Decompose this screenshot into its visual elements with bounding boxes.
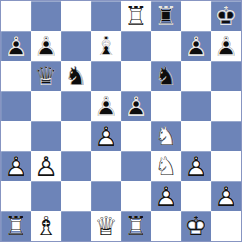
square-b8[interactable] [31, 1, 61, 31]
square-f3[interactable]: ♞♘ [151, 151, 181, 181]
square-a2[interactable] [1, 181, 31, 211]
black-pawn-glyph-outline: ♙ [91, 91, 121, 121]
square-h3[interactable] [211, 151, 241, 181]
square-h8[interactable]: ♚♔ [211, 1, 241, 31]
white-pawn-icon[interactable]: ♟♙ [211, 181, 241, 211]
black-pawn-glyph-outline: ♙ [1, 31, 31, 61]
black-pawn-glyph-outline: ♙ [181, 31, 211, 61]
black-pawn-icon[interactable]: ♟♙ [121, 91, 151, 121]
black-pawn-glyph-outline: ♙ [211, 31, 241, 61]
white-pawn-icon[interactable]: ♟♙ [151, 181, 181, 211]
square-a6[interactable] [1, 61, 31, 91]
square-d1[interactable]: ♛♕ [91, 211, 121, 241]
square-h1[interactable] [211, 211, 241, 241]
square-f2[interactable]: ♟♙ [151, 181, 181, 211]
square-c6[interactable]: ♞♘ [61, 61, 91, 91]
white-pawn-glyph-outline: ♙ [151, 181, 181, 211]
black-queen-icon[interactable]: ♛♕ [31, 61, 61, 91]
square-f6[interactable]: ♞♘ [151, 61, 181, 91]
square-b5[interactable] [31, 91, 61, 121]
black-knight-icon[interactable]: ♞♘ [151, 61, 181, 91]
square-a3[interactable]: ♟♙ [1, 151, 31, 181]
black-pawn-icon[interactable]: ♟♙ [1, 31, 31, 61]
square-e6[interactable] [121, 61, 151, 91]
square-a7[interactable]: ♟♙ [1, 31, 31, 61]
square-g8[interactable] [181, 1, 211, 31]
square-f1[interactable] [151, 211, 181, 241]
square-d4[interactable]: ♟♙ [91, 121, 121, 151]
square-b7[interactable]: ♟♙ [31, 31, 61, 61]
square-f8[interactable]: ♜♖ [151, 1, 181, 31]
square-c2[interactable] [61, 181, 91, 211]
white-pawn-glyph-outline: ♙ [31, 151, 61, 181]
black-king-glyph-outline: ♔ [211, 1, 241, 31]
black-queen-glyph-outline: ♕ [31, 61, 61, 91]
white-knight-icon[interactable]: ♞♘ [151, 151, 181, 181]
black-knight-icon[interactable]: ♞♘ [61, 61, 91, 91]
black-pawn-glyph-outline: ♙ [31, 31, 61, 61]
square-h6[interactable] [211, 61, 241, 91]
white-rook-icon[interactable]: ♜♖ [121, 211, 151, 241]
black-pawn-icon[interactable]: ♟♙ [31, 31, 61, 61]
square-c1[interactable] [61, 211, 91, 241]
square-b1[interactable]: ♝♗ [31, 211, 61, 241]
square-a5[interactable] [1, 91, 31, 121]
square-a4[interactable] [1, 121, 31, 151]
square-b3[interactable]: ♟♙ [31, 151, 61, 181]
square-h7[interactable]: ♟♙ [211, 31, 241, 61]
black-pawn-icon[interactable]: ♟♙ [91, 91, 121, 121]
square-d2[interactable] [91, 181, 121, 211]
square-d5[interactable]: ♟♙ [91, 91, 121, 121]
square-c5[interactable] [61, 91, 91, 121]
square-g7[interactable]: ♟♙ [181, 31, 211, 61]
square-e3[interactable] [121, 151, 151, 181]
square-b4[interactable] [31, 121, 61, 151]
white-pawn-glyph-outline: ♙ [211, 181, 241, 211]
white-bishop-glyph-outline: ♗ [31, 211, 61, 241]
black-knight-glyph-outline: ♘ [151, 61, 181, 91]
white-king-glyph-outline: ♔ [181, 211, 211, 241]
black-pawn-glyph-outline: ♙ [121, 91, 151, 121]
square-c3[interactable] [61, 151, 91, 181]
white-pawn-icon[interactable]: ♟♙ [91, 121, 121, 151]
square-g3[interactable]: ♟♙ [181, 151, 211, 181]
square-h5[interactable] [211, 91, 241, 121]
square-b2[interactable] [31, 181, 61, 211]
white-rook-glyph-outline: ♖ [121, 1, 151, 31]
white-pawn-glyph-outline: ♙ [91, 121, 121, 151]
square-f5[interactable] [151, 91, 181, 121]
white-rook-icon[interactable]: ♜♖ [121, 1, 151, 31]
black-rook-glyph-outline: ♖ [151, 1, 181, 31]
white-bishop-icon[interactable]: ♝♗ [31, 211, 61, 241]
white-pawn-icon[interactable]: ♟♙ [1, 151, 31, 181]
square-d6[interactable] [91, 61, 121, 91]
white-queen-glyph-outline: ♕ [91, 211, 121, 241]
square-a8[interactable] [1, 1, 31, 31]
white-pawn-icon[interactable]: ♟♙ [31, 151, 61, 181]
white-knight-glyph-outline: ♘ [151, 151, 181, 181]
square-a1[interactable]: ♜♖ [1, 211, 31, 241]
square-g6[interactable] [181, 61, 211, 91]
square-e1[interactable]: ♜♖ [121, 211, 151, 241]
black-bishop-icon[interactable]: ♝♗ [91, 31, 121, 61]
black-king-icon[interactable]: ♚♔ [211, 1, 241, 31]
square-d7[interactable]: ♝♗ [91, 31, 121, 61]
square-g5[interactable] [181, 91, 211, 121]
square-b6[interactable]: ♛♕ [31, 61, 61, 91]
square-d8[interactable] [91, 1, 121, 31]
white-rook-glyph-outline: ♖ [121, 211, 151, 241]
white-pawn-glyph-outline: ♙ [1, 151, 31, 181]
square-c7[interactable] [61, 31, 91, 61]
black-rook-icon[interactable]: ♜♖ [151, 1, 181, 31]
square-e8[interactable]: ♜♖ [121, 1, 151, 31]
chess-board: ♜♖♜♖♚♔♟♙♟♙♝♗♟♙♟♙♛♕♞♘♞♘♟♙♟♙♟♙♞♘♟♙♟♙♞♘♟♙♟♙… [0, 0, 242, 242]
white-king-icon[interactable]: ♚♔ [181, 211, 211, 241]
square-g4[interactable] [181, 121, 211, 151]
white-knight-glyph-outline: ♘ [151, 121, 181, 151]
square-c8[interactable] [61, 1, 91, 31]
square-h2[interactable]: ♟♙ [211, 181, 241, 211]
square-e4[interactable] [121, 121, 151, 151]
white-pawn-glyph-outline: ♙ [181, 151, 211, 181]
square-g1[interactable]: ♚♔ [181, 211, 211, 241]
black-pawn-icon[interactable]: ♟♙ [181, 31, 211, 61]
square-f4[interactable]: ♞♘ [151, 121, 181, 151]
white-queen-icon[interactable]: ♛♕ [91, 211, 121, 241]
square-e2[interactable] [121, 181, 151, 211]
square-d3[interactable] [91, 151, 121, 181]
black-knight-glyph-outline: ♘ [61, 61, 91, 91]
white-rook-icon[interactable]: ♜♖ [1, 211, 31, 241]
black-bishop-glyph-outline: ♗ [91, 31, 121, 61]
square-g2[interactable] [181, 181, 211, 211]
square-c4[interactable] [61, 121, 91, 151]
square-h4[interactable] [211, 121, 241, 151]
white-rook-glyph-outline: ♖ [1, 211, 31, 241]
white-pawn-icon[interactable]: ♟♙ [181, 151, 211, 181]
square-f7[interactable] [151, 31, 181, 61]
square-e7[interactable] [121, 31, 151, 61]
white-knight-icon[interactable]: ♞♘ [151, 121, 181, 151]
square-e5[interactable]: ♟♙ [121, 91, 151, 121]
black-pawn-icon[interactable]: ♟♙ [211, 31, 241, 61]
